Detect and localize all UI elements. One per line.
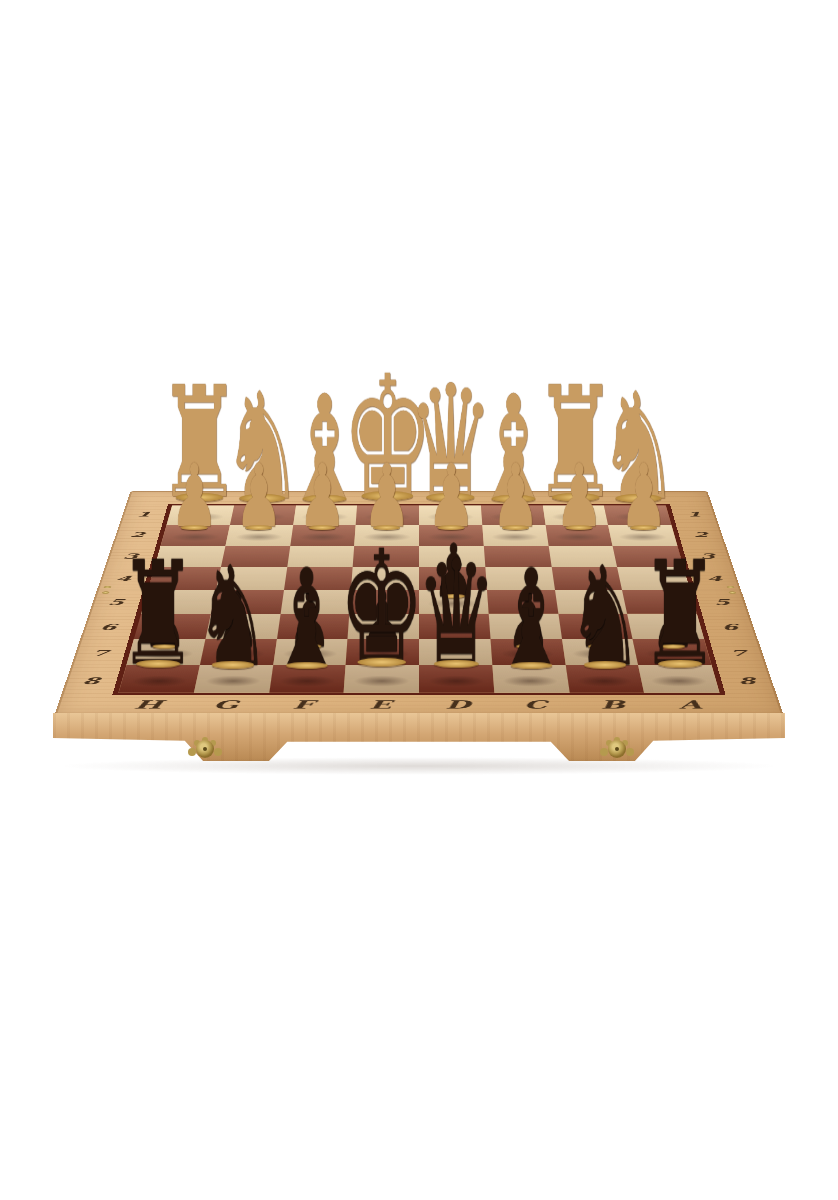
- board-squares: ♜♞♝♚♛♝♜♞♟♟♟♟♟♟♟♟♟♟♟♟♟♟♟♟♜♞♝♚♛♝♞♜: [112, 504, 725, 695]
- square-f8[interactable]: ♝: [269, 665, 346, 693]
- square-b8[interactable]: ♞: [565, 665, 644, 693]
- square-g8[interactable]: ♞: [194, 665, 273, 693]
- piece-white-pawn-g2[interactable]: ♟: [234, 453, 282, 540]
- piece-black-queen-d8[interactable]: ♛: [416, 540, 497, 685]
- brass-clasp-icon: [608, 740, 626, 758]
- file-label: G: [212, 698, 239, 711]
- file-label: B: [599, 698, 626, 711]
- hinge-pin-icon: [727, 586, 735, 588]
- file-label: H: [133, 698, 164, 711]
- rank-label: 7: [728, 648, 748, 658]
- piece-white-pawn-a2[interactable]: ♟: [620, 453, 668, 540]
- piece-black-knight-g8[interactable]: ♞: [194, 548, 271, 686]
- piece-black-king-e8[interactable]: ♚: [339, 530, 425, 685]
- piece-black-bishop-c8[interactable]: ♝: [494, 552, 568, 685]
- file-label: D: [445, 698, 471, 711]
- piece-black-rook-a8[interactable]: ♜: [640, 542, 720, 685]
- piece-white-pawn-c2[interactable]: ♟: [491, 453, 539, 540]
- file-label: E: [369, 698, 392, 711]
- file-label: A: [677, 698, 703, 711]
- square-h8[interactable]: ♜: [119, 665, 200, 693]
- square-d8[interactable]: ♛: [419, 665, 494, 693]
- file-label: C: [523, 698, 548, 711]
- scene: HGFEDCBA HGFEDCBA 12345678 12345678 ♜♞♝♚…: [0, 0, 838, 1200]
- piece-black-bishop-f8[interactable]: ♝: [270, 552, 344, 685]
- rank-label: 1: [136, 510, 152, 518]
- square-a8[interactable]: ♜: [638, 665, 719, 693]
- chess-board: HGFEDCBA HGFEDCBA 12345678 12345678 ♜♞♝♚…: [55, 491, 784, 714]
- square-e8[interactable]: ♚: [344, 665, 419, 693]
- rank-label: 1: [686, 510, 702, 518]
- piece-white-pawn-h2[interactable]: ♟: [170, 453, 218, 540]
- rank-label: 6: [99, 622, 118, 632]
- front-apron: [53, 713, 785, 761]
- piece-white-pawn-b2[interactable]: ♟: [555, 453, 603, 540]
- square-c8[interactable]: ♝: [492, 665, 569, 693]
- brass-clasp-icon: [196, 740, 214, 758]
- ground-shadow: [57, 757, 781, 775]
- rank-label: 6: [720, 622, 739, 632]
- piece-black-knight-b8[interactable]: ♞: [567, 548, 644, 686]
- piece-black-rook-h8[interactable]: ♜: [118, 542, 198, 685]
- rank-label: 7: [90, 648, 110, 658]
- file-label: F: [292, 698, 314, 711]
